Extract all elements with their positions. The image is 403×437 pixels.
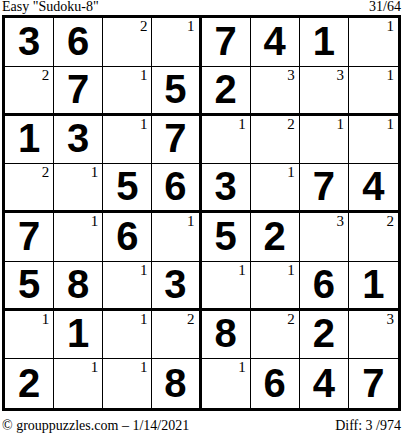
pencil-mark: 3 (387, 311, 395, 327)
given-digit: 2 (18, 363, 40, 403)
given-digit: 5 (214, 216, 236, 256)
cell-r1c6[interactable]: 4 (251, 18, 300, 67)
given-digit: 8 (67, 264, 89, 304)
given-digit: 1 (18, 118, 40, 158)
cell-r7c8[interactable]: 3 (349, 311, 398, 360)
given-digit: 8 (164, 363, 186, 403)
pencil-mark: 1 (140, 359, 148, 375)
pencil-mark: 3 (336, 67, 344, 83)
cell-r2c8[interactable]: 1 (349, 67, 398, 116)
cell-r5c3[interactable]: 6 (103, 213, 152, 262)
given-digit: 6 (67, 21, 89, 61)
cell-r2c4[interactable]: 5 (152, 67, 201, 116)
cell-r3c2[interactable]: 3 (54, 116, 103, 165)
given-digit: 3 (214, 166, 236, 206)
cell-r3c6[interactable]: 2 (251, 116, 300, 165)
pencil-mark: 1 (287, 164, 295, 180)
cell-r8c4[interactable]: 8 (152, 359, 201, 408)
cell-r4c4[interactable]: 6 (152, 164, 201, 213)
given-digit: 3 (164, 264, 186, 304)
cell-r3c4[interactable]: 7 (152, 116, 201, 165)
given-digit: 7 (67, 69, 89, 109)
cell-r1c5[interactable]: 7 (202, 18, 251, 67)
pencil-mark: 1 (387, 18, 395, 34)
cell-r4c2[interactable]: 1 (54, 164, 103, 213)
pencil-mark: 2 (42, 164, 50, 180)
given-digit: 7 (362, 363, 384, 403)
cell-r4c8[interactable]: 4 (349, 164, 398, 213)
given-digit: 3 (18, 21, 40, 61)
given-digit: 2 (313, 313, 335, 353)
given-digit: 4 (264, 21, 286, 61)
pencil-mark: 1 (387, 67, 395, 83)
cell-r8c3[interactable]: 1 (103, 359, 152, 408)
cell-r7c4[interactable]: 2 (152, 311, 201, 360)
cell-r6c5[interactable]: 1 (202, 262, 251, 311)
given-digit: 5 (18, 264, 40, 304)
given-digit: 2 (264, 216, 286, 256)
given-digit: 4 (362, 166, 384, 206)
cell-r8c1[interactable]: 2 (5, 359, 54, 408)
cell-r6c4[interactable]: 3 (152, 262, 201, 311)
pencil-mark: 1 (140, 262, 148, 278)
cell-r4c1[interactable]: 2 (5, 164, 54, 213)
cell-r7c6[interactable]: 2 (251, 311, 300, 360)
difficulty-text: Diff: 3 /974 (335, 418, 401, 433)
cell-r6c2[interactable]: 8 (54, 262, 103, 311)
cell-r5c2[interactable]: 1 (54, 213, 103, 262)
cell-r4c3[interactable]: 5 (103, 164, 152, 213)
given-digit: 7 (18, 216, 40, 256)
pencil-mark: 1 (140, 311, 148, 327)
cell-r5c8[interactable]: 2 (349, 213, 398, 262)
pencil-mark: 3 (287, 67, 295, 83)
pencil-mark: 1 (140, 67, 148, 83)
cell-r6c3[interactable]: 1 (103, 262, 152, 311)
cell-r7c2[interactable]: 1 (54, 311, 103, 360)
pencil-mark: 1 (238, 116, 246, 132)
given-digit: 5 (116, 166, 138, 206)
cell-r7c5[interactable]: 8 (202, 311, 251, 360)
given-digit: 1 (313, 21, 335, 61)
cell-r1c7[interactable]: 1 (300, 18, 349, 67)
cell-r8c8[interactable]: 7 (349, 359, 398, 408)
pencil-mark: 1 (140, 116, 148, 132)
cell-r1c8[interactable]: 1 (349, 18, 398, 67)
pencil-mark: 2 (187, 311, 195, 327)
cell-r7c3[interactable]: 1 (103, 311, 152, 360)
cell-r8c7[interactable]: 4 (300, 359, 349, 408)
given-digit: 7 (164, 118, 186, 158)
pencil-mark: 1 (91, 213, 99, 229)
cell-r5c7[interactable]: 3 (300, 213, 349, 262)
pencil-mark: 2 (287, 311, 295, 327)
given-digit: 6 (264, 363, 286, 403)
cell-r6c7[interactable]: 6 (300, 262, 349, 311)
pencil-mark: 1 (187, 18, 195, 34)
given-digit: 5 (164, 69, 186, 109)
copyright-text: © grouppuzzles.com – 1/14/2021 (2, 418, 189, 433)
sudoku-board: 3621741127152331131712112156317471615232… (2, 15, 401, 411)
cell-r2c2[interactable]: 7 (54, 67, 103, 116)
pencil-mark: 1 (336, 116, 344, 132)
given-digit: 1 (67, 313, 89, 353)
pencil-mark: 3 (336, 213, 344, 229)
cell-r3c5[interactable]: 1 (202, 116, 251, 165)
pencil-mark: 1 (238, 262, 246, 278)
cell-r3c8[interactable]: 1 (349, 116, 398, 165)
puzzle-title: Easy "Sudoku-8" (2, 0, 99, 14)
pencil-mark: 1 (187, 213, 195, 229)
pencil-mark: 1 (287, 262, 295, 278)
pencil-mark: 2 (42, 67, 50, 83)
pencil-mark: 1 (91, 359, 99, 375)
cell-r4c6[interactable]: 1 (251, 164, 300, 213)
given-digit: 2 (214, 69, 236, 109)
cell-r3c1[interactable]: 1 (5, 116, 54, 165)
page-footer: © grouppuzzles.com – 1/14/2021 Diff: 3 /… (0, 418, 403, 433)
given-digit: 7 (313, 166, 335, 206)
cell-r8c5[interactable]: 1 (202, 359, 251, 408)
given-digit: 8 (214, 313, 236, 353)
cell-r6c6[interactable]: 1 (251, 262, 300, 311)
pencil-mark: 2 (140, 18, 148, 34)
cell-r4c7[interactable]: 7 (300, 164, 349, 213)
given-digit: 7 (214, 21, 236, 61)
cell-r5c1[interactable]: 7 (5, 213, 54, 262)
cell-r5c6[interactable]: 2 (251, 213, 300, 262)
cell-r1c3[interactable]: 2 (103, 18, 152, 67)
pencil-mark: 1 (42, 311, 50, 327)
given-digit: 1 (362, 264, 384, 304)
cell-r7c1[interactable]: 1 (5, 311, 54, 360)
cell-r8c2[interactable]: 1 (54, 359, 103, 408)
cell-r8c6[interactable]: 6 (251, 359, 300, 408)
given-digit: 4 (313, 363, 335, 403)
pencil-mark: 1 (238, 359, 246, 375)
given-digit: 6 (116, 216, 138, 256)
cell-r1c2[interactable]: 6 (54, 18, 103, 67)
cell-r5c5[interactable]: 5 (202, 213, 251, 262)
given-digit: 6 (313, 264, 335, 304)
page-header: Easy "Sudoku-8" 31/64 (0, 0, 403, 15)
cell-r2c6[interactable]: 3 (251, 67, 300, 116)
pencil-mark: 1 (91, 164, 99, 180)
cell-r2c5[interactable]: 2 (202, 67, 251, 116)
cell-r6c1[interactable]: 5 (5, 262, 54, 311)
cell-r2c7[interactable]: 3 (300, 67, 349, 116)
cell-r3c7[interactable]: 1 (300, 116, 349, 165)
cell-r2c3[interactable]: 1 (103, 67, 152, 116)
given-digit: 6 (164, 166, 186, 206)
cell-r6c8[interactable]: 1 (349, 262, 398, 311)
pencil-mark: 1 (387, 116, 395, 132)
cell-r1c4[interactable]: 1 (152, 18, 201, 67)
cell-r1c1[interactable]: 3 (5, 18, 54, 67)
given-digit: 3 (67, 118, 89, 158)
cell-r2c1[interactable]: 2 (5, 67, 54, 116)
pencil-mark: 2 (287, 116, 295, 132)
cells-remaining-counter: 31/64 (369, 0, 401, 14)
cell-r3c3[interactable]: 1 (103, 116, 152, 165)
cell-r5c4[interactable]: 1 (152, 213, 201, 262)
cell-r4c5[interactable]: 3 (202, 164, 251, 213)
cell-r7c7[interactable]: 2 (300, 311, 349, 360)
pencil-mark: 2 (387, 213, 395, 229)
